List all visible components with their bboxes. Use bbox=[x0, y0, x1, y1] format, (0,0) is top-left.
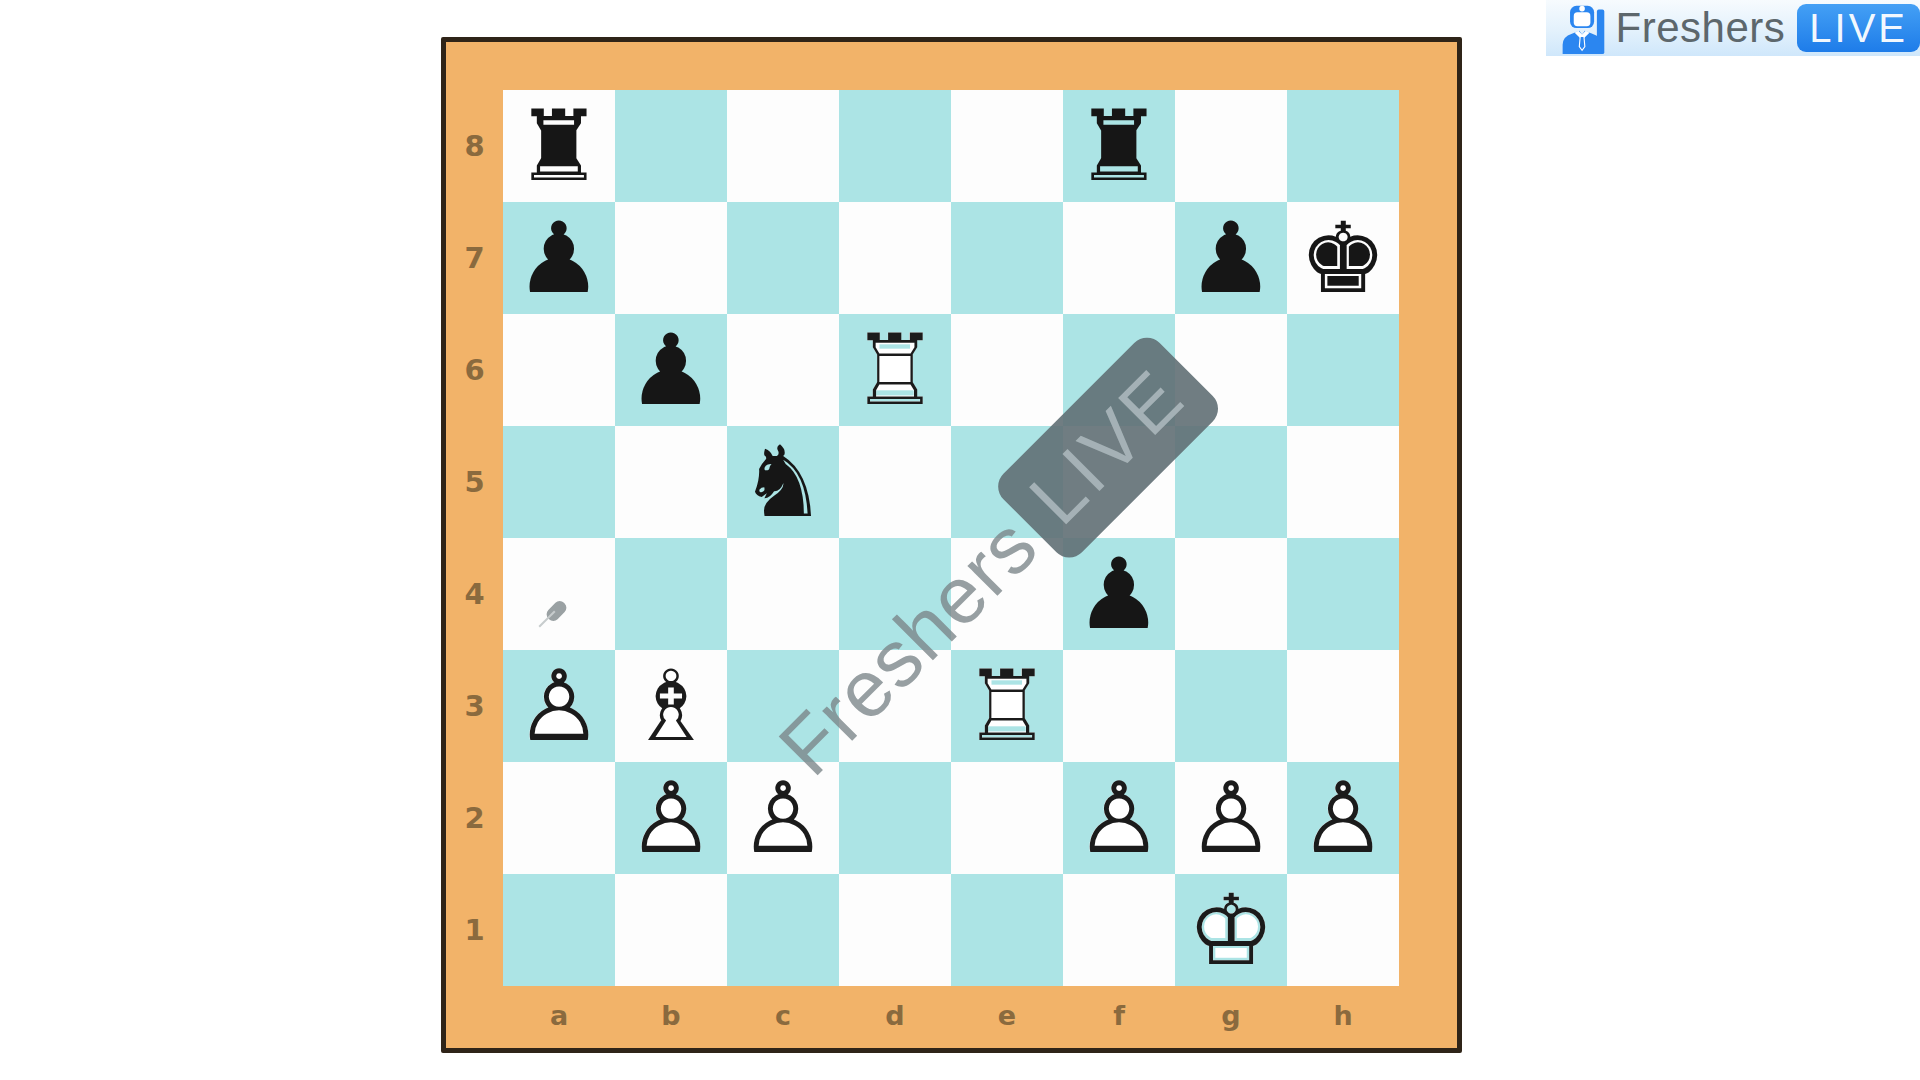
square-f5 bbox=[1063, 426, 1175, 538]
black-pawn-b6: ♟ bbox=[615, 314, 727, 426]
square-a8: ♜ bbox=[503, 90, 615, 202]
white-pawn-outline-b2: ♙ bbox=[615, 762, 727, 874]
black-king-h7: ♚ bbox=[1287, 202, 1399, 314]
square-b6: ♟ bbox=[615, 314, 727, 426]
square-d6: ♜♖ bbox=[839, 314, 951, 426]
square-f6 bbox=[1063, 314, 1175, 426]
square-g2: ♟♙ bbox=[1175, 762, 1287, 874]
square-g1: ♚♔ bbox=[1175, 874, 1287, 986]
rank-label-3: 3 bbox=[446, 650, 503, 762]
black-rook-a8: ♜ bbox=[503, 90, 615, 202]
square-c8 bbox=[727, 90, 839, 202]
black-rook-f8: ♜ bbox=[1063, 90, 1175, 202]
file-label-a: a bbox=[503, 986, 615, 1044]
square-c6 bbox=[727, 314, 839, 426]
white-pawn-a3: ♟ bbox=[503, 650, 615, 762]
square-d4 bbox=[839, 538, 951, 650]
square-c4 bbox=[727, 538, 839, 650]
square-f7 bbox=[1063, 202, 1175, 314]
file-label-e: e bbox=[951, 986, 1063, 1044]
person-with-tie-icon bbox=[1560, 4, 1606, 54]
square-c1 bbox=[727, 874, 839, 986]
square-e1 bbox=[951, 874, 1063, 986]
square-e8 bbox=[951, 90, 1063, 202]
rank-label-4: 4 bbox=[446, 538, 503, 650]
square-e4 bbox=[951, 538, 1063, 650]
rank-label-5: 5 bbox=[446, 426, 503, 538]
board-squares: ♜♜♟♟♚♟♜♖♞♟♟♙♝♗♜♖♟♙♟♙♟♙♟♙♟♙♚♔ bbox=[503, 90, 1399, 986]
square-a3: ♟♙ bbox=[503, 650, 615, 762]
file-label-d: d bbox=[839, 986, 951, 1044]
square-a2 bbox=[503, 762, 615, 874]
rank-label-6: 6 bbox=[446, 314, 503, 426]
square-a1 bbox=[503, 874, 615, 986]
white-pawn-outline-c2: ♙ bbox=[727, 762, 839, 874]
square-d3 bbox=[839, 650, 951, 762]
white-rook-outline-d6: ♖ bbox=[839, 314, 951, 426]
square-g3 bbox=[1175, 650, 1287, 762]
white-pawn-outline-g2: ♙ bbox=[1175, 762, 1287, 874]
white-rook-d6: ♜ bbox=[839, 314, 951, 426]
square-h1 bbox=[1287, 874, 1399, 986]
square-b2: ♟♙ bbox=[615, 762, 727, 874]
square-h6 bbox=[1287, 314, 1399, 426]
square-f1 bbox=[1063, 874, 1175, 986]
file-label-h: h bbox=[1287, 986, 1399, 1044]
white-rook-e3: ♜ bbox=[951, 650, 1063, 762]
file-label-b: b bbox=[615, 986, 727, 1044]
square-c3 bbox=[727, 650, 839, 762]
square-c7 bbox=[727, 202, 839, 314]
file-label-c: c bbox=[727, 986, 839, 1044]
white-king-outline-g1: ♔ bbox=[1175, 874, 1287, 986]
black-knight-c5: ♞ bbox=[727, 426, 839, 538]
black-pawn-a7: ♟ bbox=[503, 202, 615, 314]
square-e3: ♜♖ bbox=[951, 650, 1063, 762]
square-b1 bbox=[615, 874, 727, 986]
logo-live-badge: LIVE bbox=[1797, 4, 1920, 52]
pencil-cursor-icon bbox=[530, 598, 570, 638]
square-g7: ♟ bbox=[1175, 202, 1287, 314]
square-e7 bbox=[951, 202, 1063, 314]
square-d5 bbox=[839, 426, 951, 538]
square-b5 bbox=[615, 426, 727, 538]
rank-label-2: 2 bbox=[446, 762, 503, 874]
white-pawn-outline-h2: ♙ bbox=[1287, 762, 1399, 874]
square-b4 bbox=[615, 538, 727, 650]
logo-brand-text: Freshers bbox=[1616, 4, 1786, 52]
white-king-g1: ♚ bbox=[1175, 874, 1287, 986]
square-b8 bbox=[615, 90, 727, 202]
square-d8 bbox=[839, 90, 951, 202]
square-e5 bbox=[951, 426, 1063, 538]
white-pawn-f2: ♟ bbox=[1063, 762, 1175, 874]
white-pawn-g2: ♟ bbox=[1175, 762, 1287, 874]
black-pawn-f4: ♟ bbox=[1063, 538, 1175, 650]
white-pawn-h2: ♟ bbox=[1287, 762, 1399, 874]
pencil-tip bbox=[544, 599, 569, 624]
square-d1 bbox=[839, 874, 951, 986]
square-e6 bbox=[951, 314, 1063, 426]
square-h2: ♟♙ bbox=[1287, 762, 1399, 874]
square-h4 bbox=[1287, 538, 1399, 650]
square-b3: ♝♗ bbox=[615, 650, 727, 762]
site-logo: Freshers LIVE bbox=[1546, 0, 1920, 56]
square-g4 bbox=[1175, 538, 1287, 650]
square-h5 bbox=[1287, 426, 1399, 538]
white-pawn-b2: ♟ bbox=[615, 762, 727, 874]
square-f8: ♜ bbox=[1063, 90, 1175, 202]
square-h3 bbox=[1287, 650, 1399, 762]
white-pawn-c2: ♟ bbox=[727, 762, 839, 874]
white-bishop-b3: ♝ bbox=[615, 650, 727, 762]
white-pawn-outline-a3: ♙ bbox=[503, 650, 615, 762]
square-b7 bbox=[615, 202, 727, 314]
file-label-f: f bbox=[1063, 986, 1175, 1044]
square-d2 bbox=[839, 762, 951, 874]
rank-label-1: 1 bbox=[446, 874, 503, 986]
square-a5 bbox=[503, 426, 615, 538]
file-label-g: g bbox=[1175, 986, 1287, 1044]
square-g8 bbox=[1175, 90, 1287, 202]
square-h8 bbox=[1287, 90, 1399, 202]
square-a7: ♟ bbox=[503, 202, 615, 314]
square-g5 bbox=[1175, 426, 1287, 538]
square-g6 bbox=[1175, 314, 1287, 426]
square-f2: ♟♙ bbox=[1063, 762, 1175, 874]
white-rook-outline-e3: ♖ bbox=[951, 650, 1063, 762]
square-e2 bbox=[951, 762, 1063, 874]
square-d7 bbox=[839, 202, 951, 314]
square-c5: ♞ bbox=[727, 426, 839, 538]
square-a6 bbox=[503, 314, 615, 426]
white-bishop-outline-b3: ♗ bbox=[615, 650, 727, 762]
square-f3 bbox=[1063, 650, 1175, 762]
rank-label-7: 7 bbox=[446, 202, 503, 314]
black-pawn-g7: ♟ bbox=[1175, 202, 1287, 314]
square-f4: ♟ bbox=[1063, 538, 1175, 650]
white-pawn-outline-f2: ♙ bbox=[1063, 762, 1175, 874]
square-c2: ♟♙ bbox=[727, 762, 839, 874]
rank-label-8: 8 bbox=[446, 90, 503, 202]
square-h7: ♚ bbox=[1287, 202, 1399, 314]
